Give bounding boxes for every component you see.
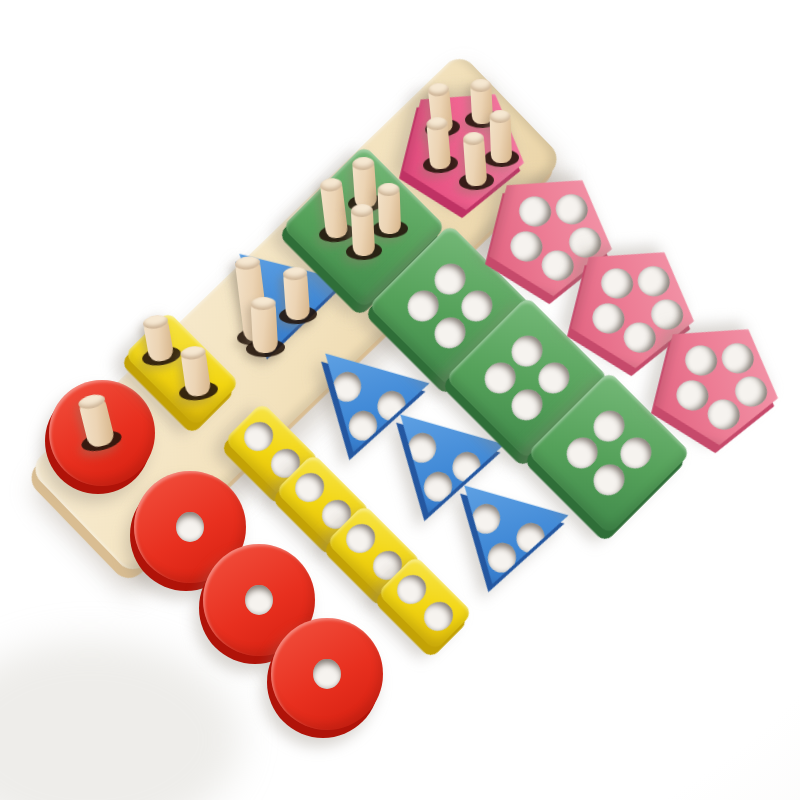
piece-hole [176, 512, 204, 542]
piece-hole [420, 469, 455, 506]
floor-shadow-blob [0, 640, 240, 800]
piece-hole [589, 300, 627, 337]
wooden-peg [417, 111, 459, 175]
wooden-peg [342, 198, 383, 261]
loose-blue-triangle-3 [435, 477, 575, 604]
piece-hole [705, 396, 743, 433]
piece-hole [719, 340, 757, 377]
piece-hole [507, 228, 545, 265]
piece-hole [340, 518, 381, 559]
wooden-peg [242, 291, 286, 358]
piece-hole [391, 569, 432, 610]
piece-hole [345, 408, 380, 445]
piece-hole [682, 342, 720, 379]
piece-hole [484, 540, 519, 577]
piece-hole [621, 319, 659, 356]
piece-hole [539, 247, 577, 284]
piece-hole [238, 416, 279, 457]
loose-red-circle-3 [271, 618, 383, 730]
piece-hole [732, 373, 770, 410]
piece-hole [418, 596, 459, 637]
piece-hole [245, 585, 273, 615]
piece-hole [598, 265, 636, 302]
piece-hole [673, 377, 711, 414]
loose-red-circle-3-face [271, 618, 383, 730]
piece-hole [289, 467, 330, 508]
toy-scene [0, 0, 800, 800]
piece-hole [313, 659, 341, 689]
wooden-peg [171, 339, 220, 403]
piece-hole [516, 193, 554, 230]
piece-hole [635, 263, 673, 300]
loose-blue-triangle-3-face [435, 477, 575, 604]
wooden-peg [454, 126, 495, 191]
piece-hole [553, 191, 591, 228]
